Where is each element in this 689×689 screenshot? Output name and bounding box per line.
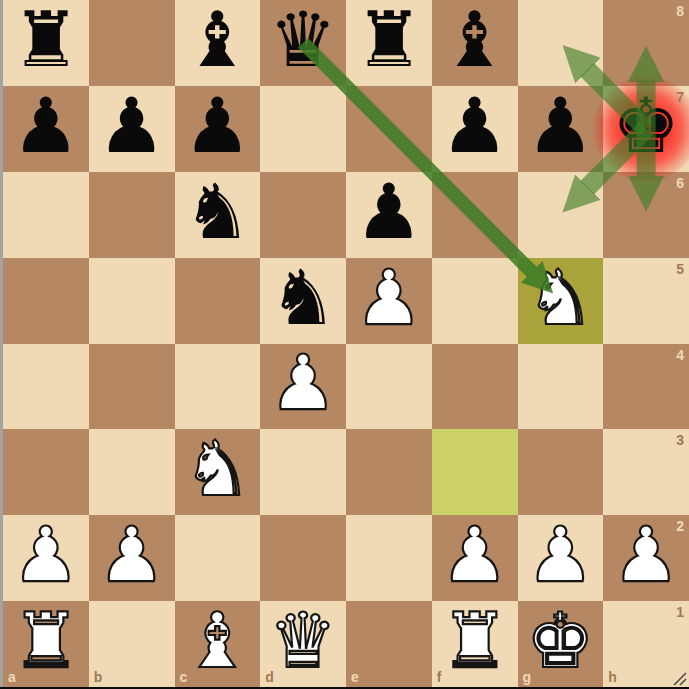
rank-label-1: 1 [676, 605, 684, 619]
white-king[interactable]: ♚ [526, 603, 594, 679]
square-d1[interactable]: ♛d [260, 601, 346, 687]
square-a6[interactable] [3, 172, 89, 258]
square-f7[interactable]: ♟ [432, 86, 518, 172]
square-b2[interactable]: ♟ [89, 515, 175, 601]
square-g7[interactable]: ♟ [518, 86, 604, 172]
file-label-e: e [351, 670, 359, 684]
square-g1[interactable]: ♚g [518, 601, 604, 687]
file-label-d: d [265, 670, 274, 684]
square-f3[interactable] [432, 429, 518, 515]
square-c7[interactable]: ♟ [175, 86, 261, 172]
black-pawn[interactable]: ♟ [526, 88, 594, 164]
white-rook[interactable]: ♜ [441, 603, 509, 679]
square-h5[interactable]: 5 [603, 258, 689, 344]
square-a7[interactable]: ♟ [3, 86, 89, 172]
square-g5[interactable]: ♞ [518, 258, 604, 344]
square-c8[interactable]: ♝ [175, 0, 261, 86]
square-d3[interactable] [260, 429, 346, 515]
rank-label-8: 8 [676, 4, 684, 18]
rank-label-2: 2 [676, 519, 684, 533]
square-e7[interactable] [346, 86, 432, 172]
black-queen[interactable]: ♛ [269, 2, 337, 78]
square-e3[interactable] [346, 429, 432, 515]
square-d4[interactable]: ♟ [260, 344, 346, 430]
square-c5[interactable] [175, 258, 261, 344]
black-pawn[interactable]: ♟ [12, 88, 80, 164]
black-pawn[interactable]: ♟ [441, 88, 509, 164]
square-f2[interactable]: ♟ [432, 515, 518, 601]
file-label-c: c [180, 670, 188, 684]
black-rook[interactable]: ♜ [355, 2, 423, 78]
rank-label-7: 7 [676, 90, 684, 104]
white-pawn[interactable]: ♟ [526, 517, 594, 593]
square-a8[interactable]: ♜ [3, 0, 89, 86]
square-b3[interactable] [89, 429, 175, 515]
square-c3[interactable]: ♞ [175, 429, 261, 515]
square-d8[interactable]: ♛ [260, 0, 346, 86]
square-c2[interactable] [175, 515, 261, 601]
black-knight[interactable]: ♞ [269, 260, 337, 336]
square-h7[interactable]: ♚7 [603, 86, 689, 172]
black-pawn[interactable]: ♟ [355, 174, 423, 250]
black-knight[interactable]: ♞ [183, 174, 251, 250]
window-left-edge [0, 0, 3, 689]
file-label-b: b [94, 670, 103, 684]
square-d7[interactable] [260, 86, 346, 172]
rank-label-4: 4 [676, 348, 684, 362]
white-knight[interactable]: ♞ [183, 431, 251, 507]
square-a1[interactable]: ♜a [3, 601, 89, 687]
square-f1[interactable]: ♜f [432, 601, 518, 687]
file-label-f: f [437, 670, 442, 684]
white-pawn[interactable]: ♟ [98, 517, 166, 593]
square-g3[interactable] [518, 429, 604, 515]
square-a4[interactable] [3, 344, 89, 430]
rank-label-3: 3 [676, 433, 684, 447]
square-a5[interactable] [3, 258, 89, 344]
black-rook[interactable]: ♜ [12, 2, 80, 78]
square-h6[interactable]: 6 [603, 172, 689, 258]
square-a2[interactable]: ♟ [3, 515, 89, 601]
white-bishop[interactable]: ♝ [183, 603, 251, 679]
square-d2[interactable] [260, 515, 346, 601]
white-rook[interactable]: ♜ [12, 603, 80, 679]
square-a3[interactable] [3, 429, 89, 515]
rank-label-6: 6 [676, 176, 684, 190]
white-pawn[interactable]: ♟ [355, 260, 423, 336]
square-b5[interactable] [89, 258, 175, 344]
white-pawn[interactable]: ♟ [441, 517, 509, 593]
black-bishop[interactable]: ♝ [441, 2, 509, 78]
square-h4[interactable]: 4 [603, 344, 689, 430]
black-bishop[interactable]: ♝ [183, 2, 251, 78]
square-b4[interactable] [89, 344, 175, 430]
white-pawn[interactable]: ♟ [12, 517, 80, 593]
file-label-a: a [8, 670, 16, 684]
resize-grip-icon[interactable] [671, 670, 687, 686]
square-e5[interactable]: ♟ [346, 258, 432, 344]
square-e6[interactable]: ♟ [346, 172, 432, 258]
square-f8[interactable]: ♝ [432, 0, 518, 86]
square-g2[interactable]: ♟ [518, 515, 604, 601]
square-d5[interactable]: ♞ [260, 258, 346, 344]
square-c4[interactable] [175, 344, 261, 430]
square-e1[interactable]: e [346, 601, 432, 687]
square-b8[interactable] [89, 0, 175, 86]
file-label-h: h [608, 670, 617, 684]
white-knight[interactable]: ♞ [526, 260, 594, 336]
rank-label-5: 5 [676, 262, 684, 276]
square-b7[interactable]: ♟ [89, 86, 175, 172]
square-e8[interactable]: ♜ [346, 0, 432, 86]
square-g6[interactable] [518, 172, 604, 258]
square-f6[interactable] [432, 172, 518, 258]
white-pawn[interactable]: ♟ [612, 517, 680, 593]
square-b1[interactable]: b [89, 601, 175, 687]
square-e2[interactable] [346, 515, 432, 601]
file-label-g: g [523, 670, 532, 684]
square-f4[interactable] [432, 344, 518, 430]
white-queen[interactable]: ♛ [269, 603, 337, 679]
square-h2[interactable]: ♟2 [603, 515, 689, 601]
square-h8[interactable]: 8 [603, 0, 689, 86]
square-c6[interactable]: ♞ [175, 172, 261, 258]
square-h3[interactable]: 3 [603, 429, 689, 515]
square-e4[interactable] [346, 344, 432, 430]
black-pawn[interactable]: ♟ [183, 88, 251, 164]
square-c1[interactable]: ♝c [175, 601, 261, 687]
black-king[interactable]: ♚ [612, 88, 680, 164]
square-b6[interactable] [89, 172, 175, 258]
page: ♜♝♛♜♝8♟♟♟♟♟♚7♞♟6♞♟♞5♟4♞3♟♟♟♟♟2♜ab♝c♛de♜f… [0, 0, 689, 689]
square-g4[interactable] [518, 344, 604, 430]
black-pawn[interactable]: ♟ [98, 88, 166, 164]
square-g8[interactable] [518, 0, 604, 86]
chess-board[interactable]: ♜♝♛♜♝8♟♟♟♟♟♚7♞♟6♞♟♞5♟4♞3♟♟♟♟♟2♜ab♝c♛de♜f… [3, 0, 689, 687]
square-d6[interactable] [260, 172, 346, 258]
white-pawn[interactable]: ♟ [269, 345, 337, 421]
square-f5[interactable] [432, 258, 518, 344]
